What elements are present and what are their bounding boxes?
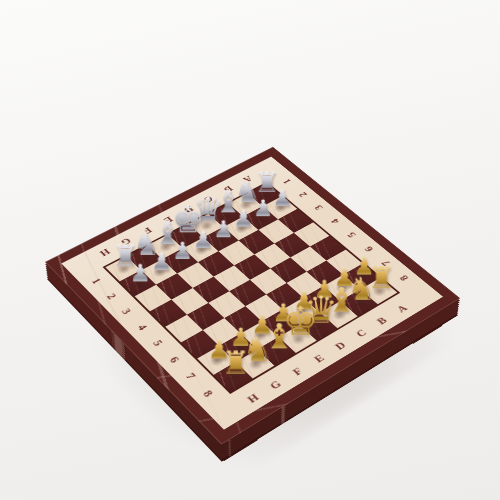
rank-label: 5	[345, 231, 358, 239]
rank-label: 6	[167, 355, 181, 365]
file-label: A	[394, 303, 409, 314]
rank-label: 4	[328, 217, 340, 225]
file-label: G	[267, 378, 283, 390]
file-label: D	[332, 340, 347, 352]
rank-label: 4	[135, 323, 149, 332]
photo-background: HGFEDCBAHGFEDCBA1234567812345678♜♞♝♚♛♝♞♜…	[0, 0, 500, 500]
file-label: H	[245, 392, 261, 405]
chess-board: HGFEDCBAHGFEDCBA1234567812345678♜♞♝♚♛♝♞♜…	[45, 147, 461, 445]
piece-gold-rook-h8[interactable]: ♜	[210, 347, 261, 379]
rank-label: 2	[104, 292, 118, 301]
file-label: E	[311, 352, 326, 363]
file-label: B	[374, 315, 388, 326]
scene: HGFEDCBAHGFEDCBA1234567812345678♜♞♝♚♛♝♞♜…	[0, 0, 500, 500]
rank-label: 1	[89, 277, 102, 286]
file-label: C	[353, 327, 368, 338]
rank-label: 5	[151, 339, 165, 348]
rank-label: 7	[183, 372, 197, 382]
rank-label: 3	[312, 204, 324, 212]
rank-label: 8	[200, 389, 214, 399]
piece-silver-pawn-h2[interactable]: ♟	[116, 261, 164, 285]
file-label: F	[290, 366, 304, 377]
rank-label: 3	[119, 307, 133, 316]
